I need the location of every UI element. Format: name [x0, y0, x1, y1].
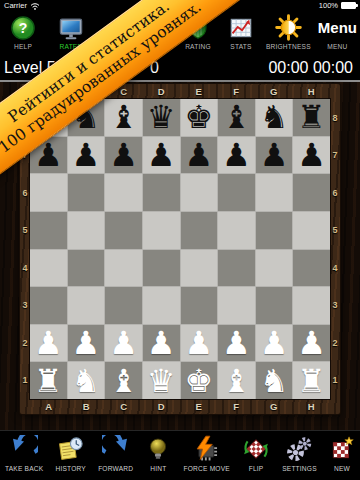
undo-arrow-icon: [10, 434, 38, 464]
rank-label: 3: [330, 287, 340, 325]
piece-black-bishop: ♝: [109, 101, 138, 133]
square-c5[interactable]: [105, 212, 142, 249]
square-b5[interactable]: [68, 212, 105, 249]
file-label: F: [218, 84, 256, 99]
square-a4[interactable]: [30, 250, 67, 287]
piece-black-pawn: ♟: [297, 139, 326, 171]
rank-label: 7: [330, 137, 340, 175]
square-h5[interactable]: [293, 212, 330, 249]
piece-white-queen: ♛: [147, 365, 176, 397]
rank-label: 5: [20, 212, 30, 250]
file-label: G: [255, 399, 293, 414]
piece-black-pawn: ♟: [222, 139, 251, 171]
square-g4[interactable]: [256, 250, 293, 287]
square-b1[interactable]: ♞: [68, 362, 105, 399]
help-icon: ?: [10, 13, 36, 42]
square-d5[interactable]: [143, 212, 180, 249]
hint-bulb-icon: [145, 434, 171, 464]
file-label: E: [180, 399, 218, 414]
brightness-sun-icon: [275, 13, 302, 42]
square-h2[interactable]: ♟: [293, 325, 330, 362]
rank-label: 1: [20, 362, 30, 400]
new-game-label: NEW: [334, 465, 350, 472]
rank-label: 3: [20, 287, 30, 325]
rank-label: 2: [20, 324, 30, 362]
hint-label: HINT: [150, 465, 166, 472]
piece-black-king: ♚: [184, 101, 213, 133]
square-h3[interactable]: [293, 287, 330, 324]
square-b7[interactable]: ♟: [68, 137, 105, 174]
square-g1[interactable]: ♞: [256, 362, 293, 399]
square-b3[interactable]: [68, 287, 105, 324]
square-b4[interactable]: [68, 250, 105, 287]
menu-button[interactable]: Menu MENU: [318, 13, 357, 50]
board-squares: ♜♞♝♛♚♝♞♜♟♟♟♟♟♟♟♟♟♟♟♟♟♟♟♟♜♞♝♛♚♝♞♜: [30, 99, 330, 399]
bottom-toolbar: TAKE BACK HISTORY: [0, 430, 360, 480]
piece-black-pawn: ♟: [147, 139, 176, 171]
square-c3[interactable]: [105, 287, 142, 324]
hint-button[interactable]: HINT: [145, 434, 171, 472]
file-labels-bottom: ABCDEFGH: [30, 399, 330, 414]
file-label: G: [255, 84, 293, 99]
square-g5[interactable]: [256, 212, 293, 249]
square-a3[interactable]: [30, 287, 67, 324]
square-f3[interactable]: [218, 287, 255, 324]
square-a6[interactable]: [30, 174, 67, 211]
piece-white-pawn: ♟: [260, 327, 289, 359]
piece-black-pawn: ♟: [72, 139, 101, 171]
square-f8[interactable]: ♝: [218, 99, 255, 136]
square-f2[interactable]: ♟: [218, 325, 255, 362]
rank-label: 4: [20, 249, 30, 287]
square-h7[interactable]: ♟: [293, 137, 330, 174]
file-label: A: [30, 399, 68, 414]
rank-label: 1: [330, 362, 340, 400]
piece-white-bishop: ♝: [222, 365, 251, 397]
brightness-label: BRIGHTNESS: [266, 43, 311, 50]
board-frame: ABCDEFGH 87654321 87654321 ABCDEFGH ♜♞♝♛…: [20, 84, 340, 414]
piece-white-knight: ♞: [260, 365, 289, 397]
piece-white-king: ♚: [184, 365, 213, 397]
square-c4[interactable]: [105, 250, 142, 287]
take-back-label: TAKE BACK: [5, 465, 43, 472]
piece-white-pawn: ♟: [147, 327, 176, 359]
square-g8[interactable]: ♞: [256, 99, 293, 136]
wifi-icon: [30, 2, 40, 10]
square-e5[interactable]: [181, 212, 218, 249]
square-d3[interactable]: [143, 287, 180, 324]
force-move-label: FORCE MOVE: [184, 465, 230, 472]
piece-white-pawn: ♟: [222, 327, 251, 359]
square-h6[interactable]: [293, 174, 330, 211]
file-label: C: [105, 399, 143, 414]
file-label: H: [293, 84, 331, 99]
square-h8[interactable]: ♜: [293, 99, 330, 136]
square-d2[interactable]: ♟: [143, 325, 180, 362]
stats-chart-icon: [228, 13, 254, 42]
piece-white-pawn: ♟: [72, 327, 101, 359]
svg-text:?: ?: [19, 19, 28, 35]
flip-board-icon: [242, 434, 270, 464]
new-game-icon: [329, 434, 355, 464]
square-b2[interactable]: ♟: [68, 325, 105, 362]
new-game-button[interactable]: NEW: [329, 434, 355, 472]
redo-arrow-icon: [102, 434, 130, 464]
file-label: F: [218, 399, 256, 414]
square-g2[interactable]: ♟: [256, 325, 293, 362]
stats-button[interactable]: STATS: [223, 13, 259, 50]
chess-app-screen: Carrier 100% ? HELP: [0, 0, 360, 480]
square-a2[interactable]: ♟: [30, 325, 67, 362]
stats-label: STATS: [230, 43, 251, 50]
square-a1[interactable]: ♜: [30, 362, 67, 399]
square-g3[interactable]: [256, 287, 293, 324]
monitor-icon: [56, 13, 86, 42]
piece-black-pawn: ♟: [109, 139, 138, 171]
square-e8[interactable]: ♚: [181, 99, 218, 136]
flip-button[interactable]: FLIP: [242, 434, 270, 472]
piece-black-pawn: ♟: [184, 139, 213, 171]
rank-label: 6: [330, 174, 340, 212]
piece-black-queen: ♛: [147, 101, 176, 133]
history-button[interactable]: HISTORY: [55, 434, 85, 472]
rank-labels-right: 87654321: [330, 99, 340, 399]
force-move-chip-icon: [193, 434, 221, 464]
gears-icon: [285, 434, 313, 464]
square-d1[interactable]: ♛: [143, 362, 180, 399]
square-e3[interactable]: [181, 287, 218, 324]
square-d6[interactable]: [143, 174, 180, 211]
square-c1[interactable]: ♝: [105, 362, 142, 399]
square-c6[interactable]: [105, 174, 142, 211]
rank-label: 2: [330, 324, 340, 362]
square-e1[interactable]: ♚: [181, 362, 218, 399]
square-f7[interactable]: ♟: [218, 137, 255, 174]
file-label: H: [293, 399, 331, 414]
rank-label: 8: [330, 99, 340, 137]
menu-label: MENU: [327, 43, 347, 50]
help-label: HELP: [14, 43, 32, 50]
piece-white-pawn: ♟: [184, 327, 213, 359]
square-f4[interactable]: [218, 250, 255, 287]
piece-black-bishop: ♝: [222, 101, 251, 133]
square-c8[interactable]: ♝: [105, 99, 142, 136]
piece-white-pawn: ♟: [109, 327, 138, 359]
help-button[interactable]: ? HELP: [5, 13, 41, 50]
square-e6[interactable]: [181, 174, 218, 211]
piece-white-bishop: ♝: [109, 365, 138, 397]
square-c7[interactable]: ♟: [105, 137, 142, 174]
piece-white-knight: ♞: [72, 365, 101, 397]
force-move-button[interactable]: FORCE MOVE: [184, 434, 230, 472]
square-d8[interactable]: ♛: [143, 99, 180, 136]
history-notepad-icon: [57, 434, 85, 464]
file-label: D: [143, 84, 181, 99]
square-g7[interactable]: ♟: [256, 137, 293, 174]
square-h1[interactable]: ♜: [293, 362, 330, 399]
square-a5[interactable]: [30, 212, 67, 249]
file-label: B: [68, 399, 106, 414]
rank-label: 5: [330, 212, 340, 250]
forward-button[interactable]: FORWARD: [98, 434, 133, 472]
history-label: HISTORY: [55, 465, 85, 472]
file-label: D: [143, 399, 181, 414]
game-clocks: 00:00 00:00: [268, 59, 353, 77]
square-b6[interactable]: [68, 174, 105, 211]
piece-white-rook: ♜: [297, 365, 326, 397]
square-f1[interactable]: ♝: [218, 362, 255, 399]
battery-icon: [341, 2, 356, 9]
piece-black-pawn: ♟: [260, 139, 289, 171]
square-e7[interactable]: ♟: [181, 137, 218, 174]
flip-label: FLIP: [249, 465, 264, 472]
carrier-label: Carrier: [4, 1, 27, 10]
piece-white-rook: ♜: [34, 365, 63, 397]
rank-label: 6: [20, 174, 30, 212]
piece-black-knight: ♞: [260, 101, 289, 133]
square-d4[interactable]: [143, 250, 180, 287]
brightness-button[interactable]: BRIGHTNESS: [266, 13, 311, 50]
square-e4[interactable]: [181, 250, 218, 287]
square-f6[interactable]: [218, 174, 255, 211]
square-h4[interactable]: [293, 250, 330, 287]
rating-label: RATING: [185, 43, 211, 50]
piece-white-pawn: ♟: [34, 327, 63, 359]
piece-black-rook: ♜: [297, 101, 326, 133]
battery-percent-label: 100%: [319, 1, 338, 10]
rank-label: 4: [330, 249, 340, 287]
menu-text: Menu: [318, 13, 357, 42]
file-label: E: [180, 84, 218, 99]
forward-label: FORWARD: [98, 465, 133, 472]
square-e2[interactable]: ♟: [181, 325, 218, 362]
take-back-button[interactable]: TAKE BACK: [5, 434, 43, 472]
square-c2[interactable]: ♟: [105, 325, 142, 362]
piece-white-pawn: ♟: [297, 327, 326, 359]
settings-label: SETTINGS: [282, 465, 317, 472]
square-f5[interactable]: [218, 212, 255, 249]
square-g6[interactable]: [256, 174, 293, 211]
square-d7[interactable]: ♟: [143, 137, 180, 174]
settings-button[interactable]: SETTINGS: [282, 434, 317, 472]
